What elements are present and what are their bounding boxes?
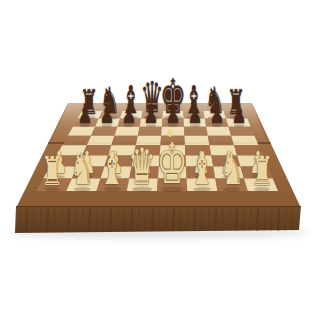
piece-black-pawn-b7[interactable]: ♟ — [99, 100, 114, 127]
piece-white-queen-d1[interactable]: ♛ — [128, 142, 156, 192]
piece-black-pawn-f7[interactable]: ♟ — [187, 100, 202, 127]
piece-white-rook-h1[interactable]: ♜ — [251, 151, 273, 191]
piece-white-rook-a1[interactable]: ♜ — [41, 151, 63, 191]
piece-white-king-e1[interactable]: ♚ — [157, 136, 188, 192]
piece-black-pawn-g7[interactable]: ♟ — [210, 100, 225, 127]
piece-white-bishop-c1[interactable]: ♝ — [100, 146, 125, 191]
piece-black-pawn-e7[interactable]: ♟ — [165, 100, 180, 127]
piece-black-pawn-d7[interactable]: ♟ — [143, 100, 158, 127]
piece-black-pawn-c7[interactable]: ♟ — [121, 100, 136, 127]
piece-black-pawn-h7[interactable]: ♟ — [232, 100, 247, 127]
piece-black-pawn-a7[interactable]: ♟ — [77, 100, 92, 127]
product-photo-chess-set: ♜♞♝♛♚♝♞♜♟♟♟♟♟♟♟♟♟♟♟♟♟♟♟♟♜♞♝♛♚♝♞♜ — [0, 0, 318, 318]
piece-white-knight-b1[interactable]: ♞ — [70, 148, 94, 191]
piece-white-bishop-f1[interactable]: ♝ — [190, 146, 215, 191]
piece-white-knight-g1[interactable]: ♞ — [220, 148, 244, 191]
